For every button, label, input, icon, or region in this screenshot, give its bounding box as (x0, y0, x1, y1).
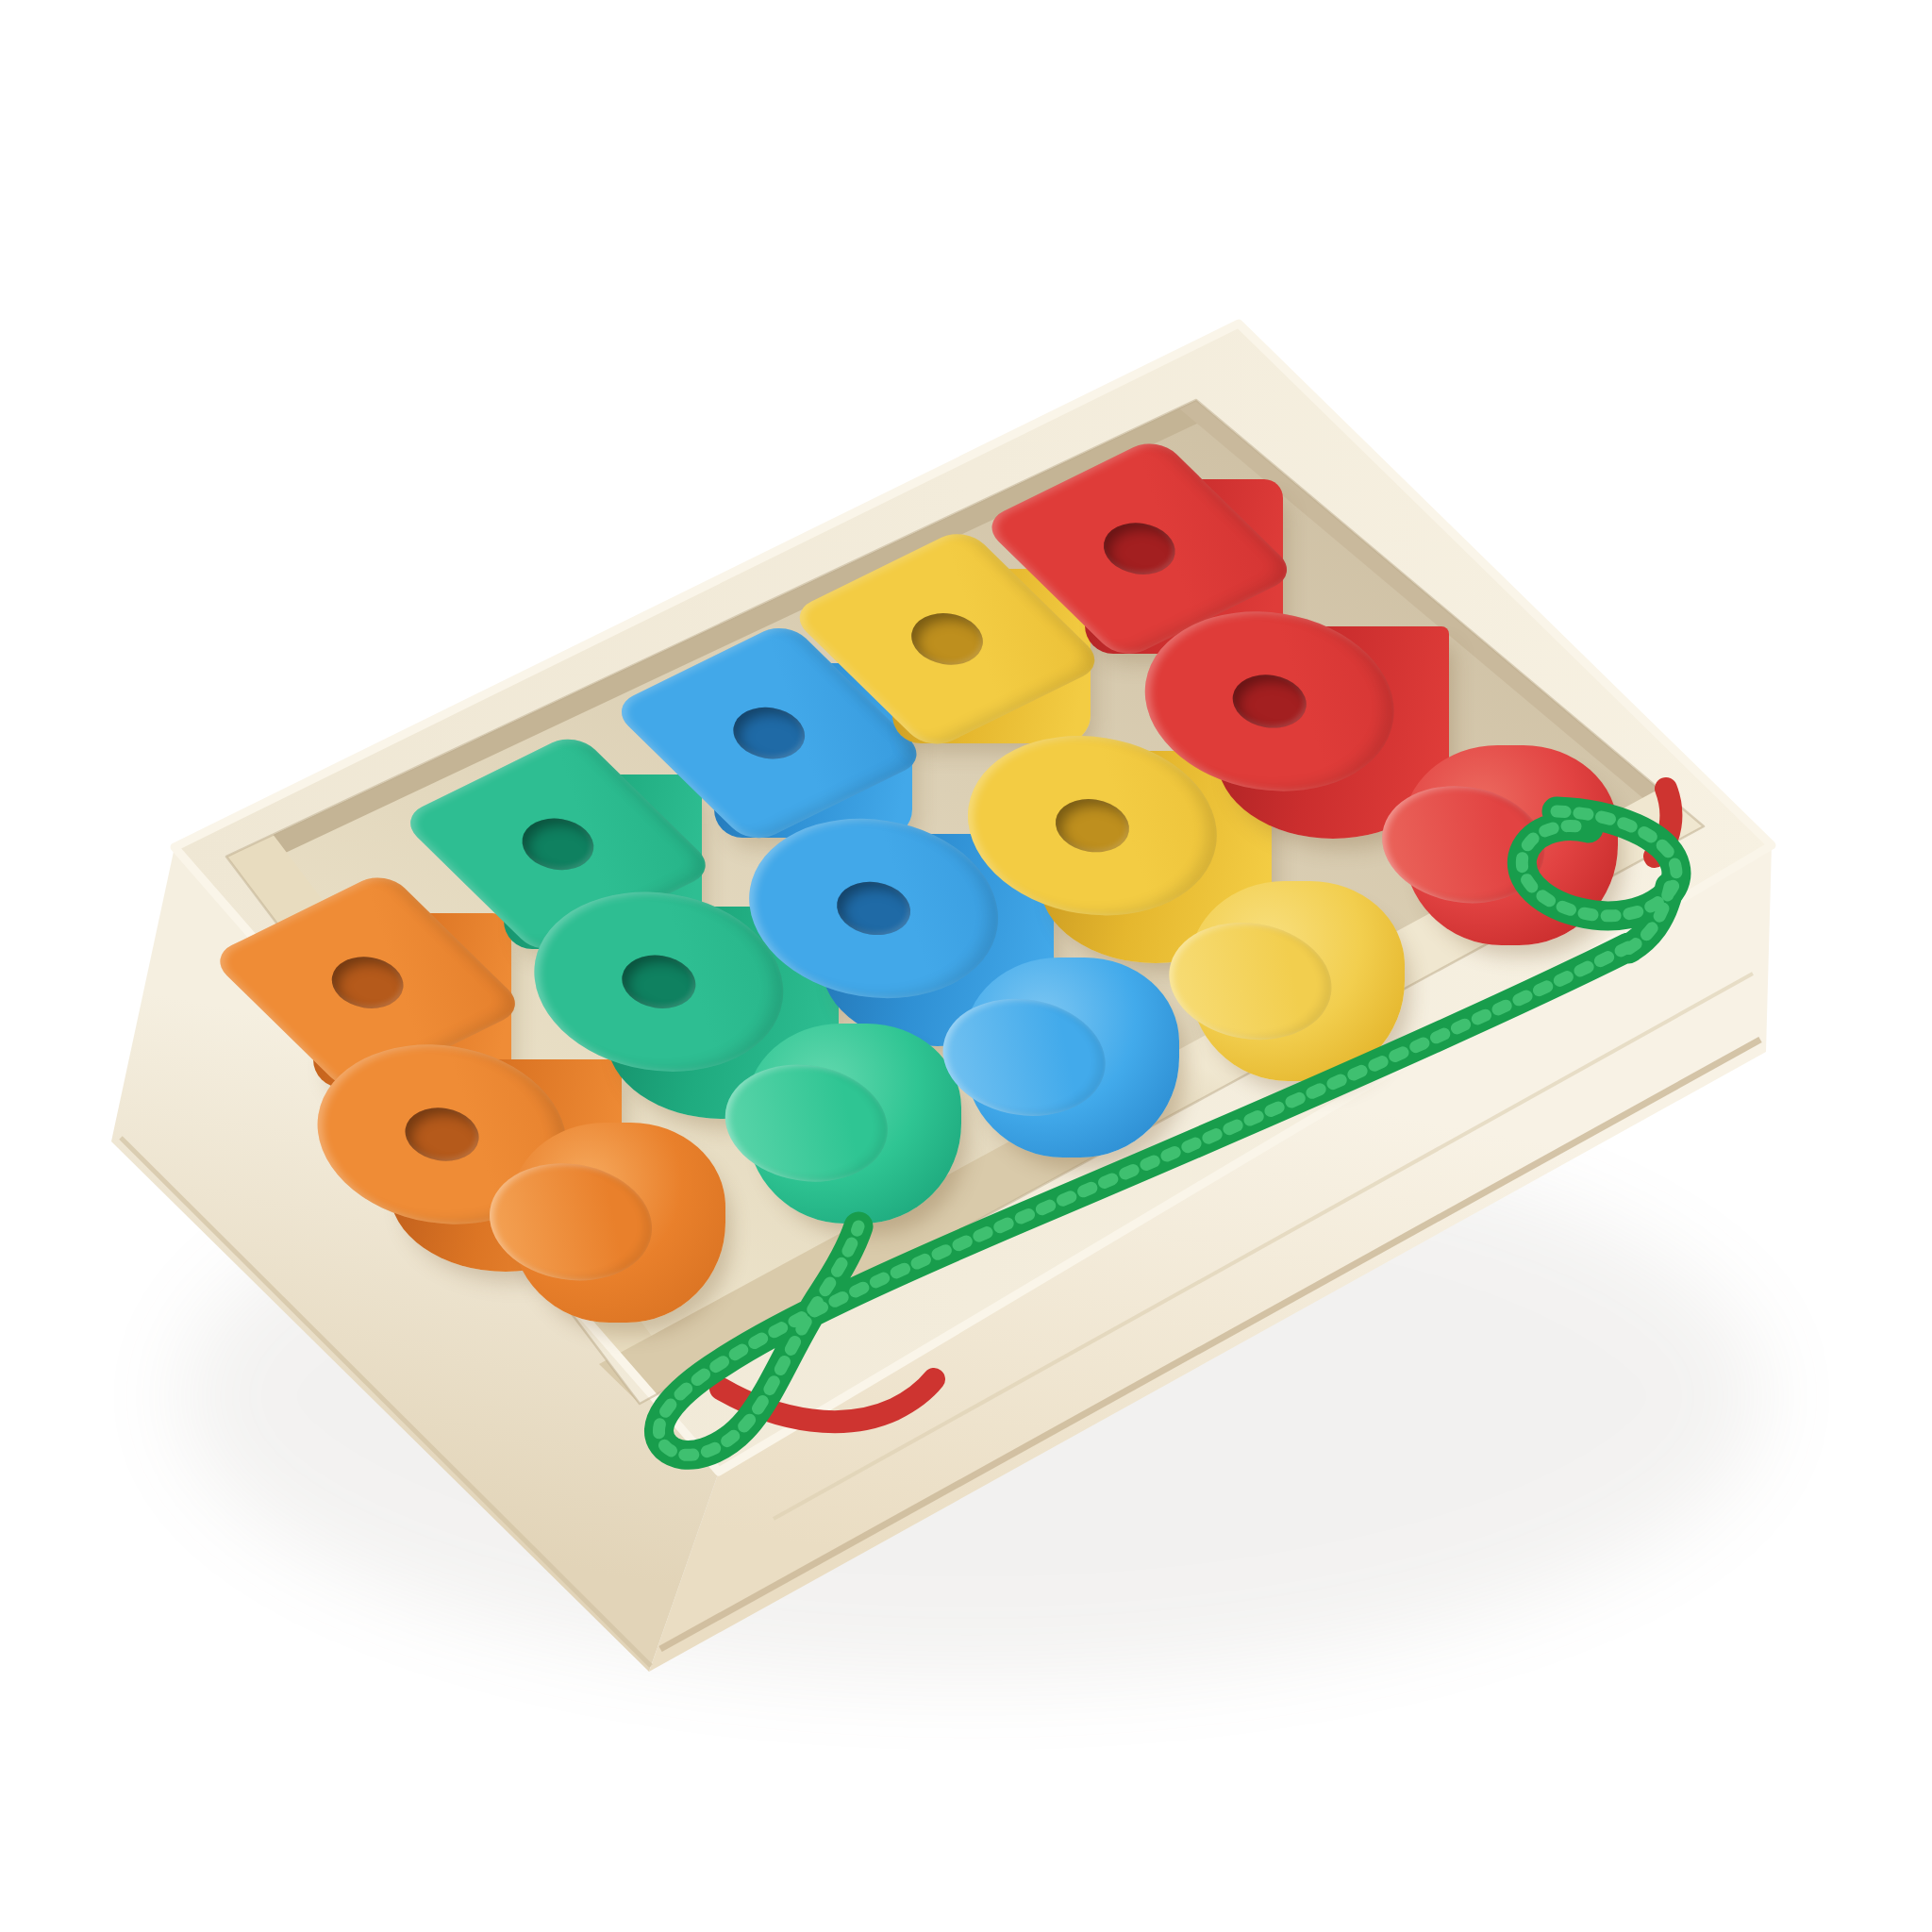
lacing-cord-layer (0, 0, 1932, 1932)
green-lacing-cord-braid-highlight (658, 811, 1675, 1455)
product-photo-stage (0, 0, 1932, 1932)
green-lacing-cord (658, 811, 1675, 1455)
